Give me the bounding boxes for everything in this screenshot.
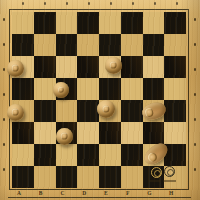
frame-mark-right: [194, 18, 196, 21]
square-e7[interactable]: [99, 34, 121, 56]
square-d3[interactable]: [77, 122, 99, 144]
frame-mark-right: [194, 43, 196, 46]
square-c6[interactable]: [56, 56, 78, 78]
square-g3[interactable]: [143, 122, 165, 144]
square-d5[interactable]: [77, 78, 99, 100]
pawn-knob: [61, 133, 68, 140]
frame-mark-left: [3, 68, 5, 71]
frame-mark-right: [194, 118, 196, 121]
square-e5[interactable]: [99, 78, 121, 100]
square-a1[interactable]: [12, 166, 34, 188]
pawn-e4[interactable]: [97, 100, 115, 118]
frame-mark-right: [194, 68, 196, 71]
square-c4[interactable]: [56, 100, 78, 122]
file-label-d: D: [73, 189, 95, 197]
square-h7[interactable]: [164, 34, 186, 56]
square-a5[interactable]: [12, 78, 34, 100]
square-b8[interactable]: [34, 12, 56, 34]
square-f5[interactable]: [121, 78, 143, 100]
square-e3[interactable]: [99, 122, 121, 144]
square-g6[interactable]: [143, 56, 165, 78]
frame-mark-top: [88, 2, 90, 5]
square-d6[interactable]: [77, 56, 99, 78]
chessboard[interactable]: [12, 12, 186, 188]
frame-mark-right: [194, 93, 196, 96]
square-f1[interactable]: [121, 166, 143, 188]
frame-mark-top: [110, 2, 112, 5]
square-h8[interactable]: [164, 12, 186, 34]
frame-mark-left: [3, 93, 5, 96]
gold-ring-emblem-icon: [151, 167, 162, 178]
board-frame: ABCDEFGH: [0, 0, 200, 200]
frame-mark-left: [3, 18, 5, 21]
brand-text: [163, 180, 176, 182]
pawn-c3[interactable]: [56, 128, 73, 145]
file-label-h: H: [160, 189, 182, 197]
file-label-b: B: [30, 189, 52, 197]
frame-mark-top: [22, 2, 24, 5]
pawn-knob: [110, 62, 117, 69]
square-d1[interactable]: [77, 166, 99, 188]
square-f6[interactable]: [121, 56, 143, 78]
square-h6[interactable]: [164, 56, 186, 78]
square-c7[interactable]: [56, 34, 78, 56]
square-h3[interactable]: [164, 122, 186, 144]
square-d7[interactable]: [77, 34, 99, 56]
square-a7[interactable]: [12, 34, 34, 56]
file-label-f: F: [117, 189, 139, 197]
pawn-knob: [12, 65, 19, 72]
square-b3[interactable]: [34, 122, 56, 144]
square-f8[interactable]: [121, 12, 143, 34]
file-labels: ABCDEFGH: [8, 189, 182, 197]
pawn-knob: [58, 87, 64, 93]
frame-mark-top: [66, 2, 68, 5]
frame-mark-top: [44, 2, 46, 5]
square-a3[interactable]: [12, 122, 34, 144]
frame-mark-left: [3, 143, 5, 146]
frame-mark-top: [154, 2, 156, 5]
frame-mark-right: [194, 143, 196, 146]
pawn-e6[interactable]: [105, 57, 122, 74]
frame-mark-top: [132, 2, 134, 5]
frame-bottom-line: [8, 197, 191, 198]
square-f2[interactable]: [121, 144, 143, 166]
square-c8[interactable]: [56, 12, 78, 34]
square-e2[interactable]: [99, 144, 121, 166]
square-g8[interactable]: [143, 12, 165, 34]
frame-mark-left: [3, 43, 5, 46]
square-c1[interactable]: [56, 166, 78, 188]
square-b2[interactable]: [34, 144, 56, 166]
square-f7[interactable]: [121, 34, 143, 56]
pawn-a4[interactable]: [7, 104, 24, 121]
file-label-e: E: [95, 189, 117, 197]
square-c2[interactable]: [56, 144, 78, 166]
square-e8[interactable]: [99, 12, 121, 34]
pawn-c5[interactable]: [53, 82, 69, 98]
pawn-knob: [12, 109, 19, 116]
frame-mark-left: [3, 118, 5, 121]
square-a2[interactable]: [12, 144, 34, 166]
pawn-a6[interactable]: [7, 60, 24, 77]
square-b7[interactable]: [34, 34, 56, 56]
brand-text: [149, 180, 161, 182]
square-b1[interactable]: [34, 166, 56, 188]
square-g7[interactable]: [143, 34, 165, 56]
file-label-a: A: [8, 189, 30, 197]
square-e1[interactable]: [99, 166, 121, 188]
square-d4[interactable]: [77, 100, 99, 122]
square-a8[interactable]: [12, 12, 34, 34]
file-label-g: G: [139, 189, 161, 197]
pawn-knob: [144, 107, 154, 117]
file-label-c: C: [52, 189, 74, 197]
square-f4[interactable]: [121, 100, 143, 122]
frame-mark-left: [3, 168, 5, 171]
square-d8[interactable]: [77, 12, 99, 34]
square-h4[interactable]: [164, 100, 186, 122]
dark-ring-emblem-icon: [164, 166, 175, 177]
square-b4[interactable]: [34, 100, 56, 122]
pawn-knob: [102, 105, 109, 112]
frame-mark-right: [194, 168, 196, 171]
square-d2[interactable]: [77, 144, 99, 166]
square-h5[interactable]: [164, 78, 186, 100]
square-f3[interactable]: [121, 122, 143, 144]
square-g5[interactable]: [143, 78, 165, 100]
frame-mark-top: [176, 2, 178, 5]
square-b6[interactable]: [34, 56, 56, 78]
pawn-knob: [146, 151, 158, 163]
